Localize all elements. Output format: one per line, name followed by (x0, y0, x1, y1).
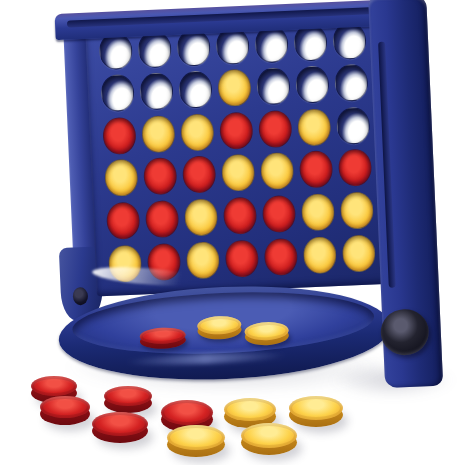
red-disc-face (161, 400, 213, 425)
red-disc-face (92, 412, 148, 436)
yellow-disc-face (241, 423, 297, 448)
red-disc (92, 412, 148, 443)
yellow-disc-face (224, 398, 276, 421)
red-disc-face (40, 396, 90, 418)
yellow-disc (289, 396, 343, 427)
red-disc (104, 386, 152, 413)
red-disc-face (104, 386, 152, 406)
loose-discs-on-table (0, 0, 465, 465)
red-disc-face (31, 376, 77, 396)
yellow-disc (167, 425, 225, 457)
product-photo-scene (0, 0, 465, 465)
yellow-disc-face (167, 425, 225, 450)
yellow-disc (241, 423, 297, 455)
red-disc (40, 396, 90, 425)
yellow-disc-face (289, 396, 343, 420)
